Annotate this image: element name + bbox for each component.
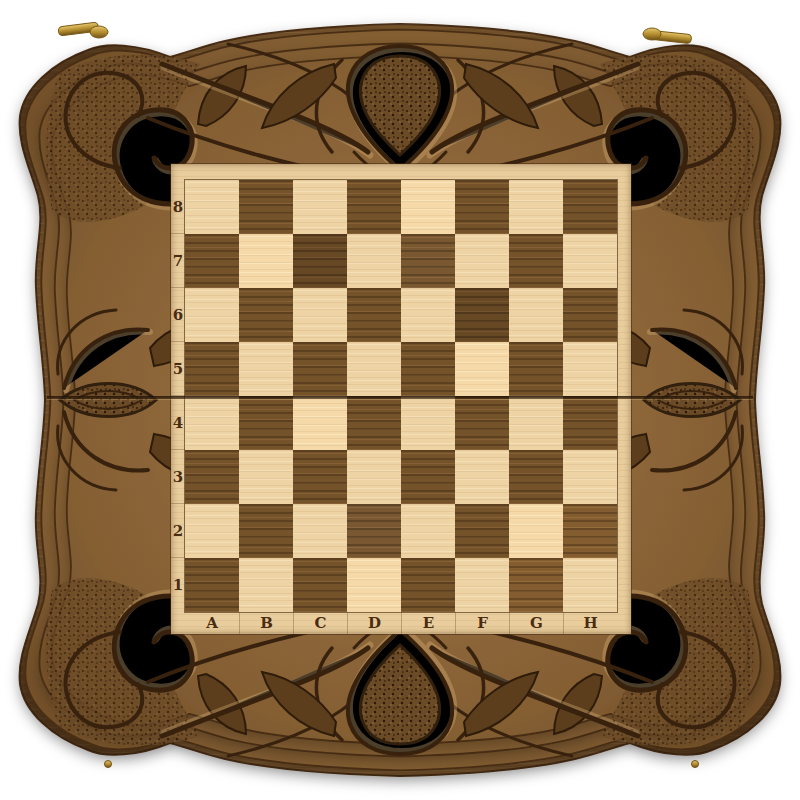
square-e5[interactable]: [401, 342, 455, 396]
square-h7[interactable]: [563, 234, 617, 288]
square-c6[interactable]: [293, 288, 347, 342]
square-a7[interactable]: [185, 234, 239, 288]
square-h2[interactable]: [563, 504, 617, 558]
square-d1[interactable]: [347, 558, 401, 612]
brass-clasp-left[interactable]: [58, 22, 108, 38]
square-f5[interactable]: [455, 342, 509, 396]
file-labels: ABCDEFGH: [185, 612, 617, 634]
file-label-b: B: [239, 612, 293, 634]
square-b1[interactable]: [239, 558, 293, 612]
square-a6[interactable]: [185, 288, 239, 342]
square-c3[interactable]: [293, 450, 347, 504]
square-c4[interactable]: [293, 396, 347, 450]
square-f8[interactable]: [455, 180, 509, 234]
rank-label-8: 8: [171, 180, 185, 234]
square-g1[interactable]: [509, 558, 563, 612]
square-f1[interactable]: [455, 558, 509, 612]
square-h1[interactable]: [563, 558, 617, 612]
square-b7[interactable]: [239, 234, 293, 288]
square-b3[interactable]: [239, 450, 293, 504]
fold-seam: [47, 396, 753, 399]
square-f7[interactable]: [455, 234, 509, 288]
file-label-e: E: [401, 612, 455, 634]
rank-label-6: 6: [171, 288, 185, 342]
square-d7[interactable]: [347, 234, 401, 288]
square-f6[interactable]: [455, 288, 509, 342]
square-g6[interactable]: [509, 288, 563, 342]
square-g2[interactable]: [509, 504, 563, 558]
square-b5[interactable]: [239, 342, 293, 396]
square-c2[interactable]: [293, 504, 347, 558]
square-a8[interactable]: [185, 180, 239, 234]
square-a5[interactable]: [185, 342, 239, 396]
square-e7[interactable]: [401, 234, 455, 288]
square-g3[interactable]: [509, 450, 563, 504]
square-g7[interactable]: [509, 234, 563, 288]
carved-chess-board-photo: 87654321 ABCDEFGH: [0, 0, 800, 800]
square-f4[interactable]: [455, 396, 509, 450]
square-f2[interactable]: [455, 504, 509, 558]
square-e8[interactable]: [401, 180, 455, 234]
file-label-d: D: [347, 612, 401, 634]
square-c7[interactable]: [293, 234, 347, 288]
brass-pin-left: [105, 761, 112, 768]
square-e1[interactable]: [401, 558, 455, 612]
file-label-f: F: [455, 612, 509, 634]
square-d3[interactable]: [347, 450, 401, 504]
square-c5[interactable]: [293, 342, 347, 396]
square-d4[interactable]: [347, 396, 401, 450]
square-g5[interactable]: [509, 342, 563, 396]
file-label-c: C: [293, 612, 347, 634]
square-d6[interactable]: [347, 288, 401, 342]
rank-label-4: 4: [171, 396, 185, 450]
square-h6[interactable]: [563, 288, 617, 342]
square-h5[interactable]: [563, 342, 617, 396]
square-a2[interactable]: [185, 504, 239, 558]
square-b8[interactable]: [239, 180, 293, 234]
square-c8[interactable]: [293, 180, 347, 234]
square-c1[interactable]: [293, 558, 347, 612]
square-g4[interactable]: [509, 396, 563, 450]
chess-board-panel: 87654321 ABCDEFGH: [171, 164, 631, 634]
brass-pin-right: [692, 761, 699, 768]
square-d5[interactable]: [347, 342, 401, 396]
rank-label-3: 3: [171, 450, 185, 504]
square-a3[interactable]: [185, 450, 239, 504]
square-h8[interactable]: [563, 180, 617, 234]
rank-label-7: 7: [171, 234, 185, 288]
rank-label-5: 5: [171, 342, 185, 396]
square-h4[interactable]: [563, 396, 617, 450]
rank-label-2: 2: [171, 504, 185, 558]
square-a1[interactable]: [185, 558, 239, 612]
square-e3[interactable]: [401, 450, 455, 504]
square-d8[interactable]: [347, 180, 401, 234]
file-label-g: G: [509, 612, 563, 634]
square-e2[interactable]: [401, 504, 455, 558]
file-label-h: H: [563, 612, 617, 634]
square-e4[interactable]: [401, 396, 455, 450]
square-b6[interactable]: [239, 288, 293, 342]
rank-label-1: 1: [171, 558, 185, 612]
square-a4[interactable]: [185, 396, 239, 450]
square-d2[interactable]: [347, 504, 401, 558]
square-h3[interactable]: [563, 450, 617, 504]
square-g8[interactable]: [509, 180, 563, 234]
square-e6[interactable]: [401, 288, 455, 342]
brass-clasp-right[interactable]: [643, 28, 692, 44]
file-label-a: A: [185, 612, 239, 634]
square-b4[interactable]: [239, 396, 293, 450]
square-f3[interactable]: [455, 450, 509, 504]
square-b2[interactable]: [239, 504, 293, 558]
